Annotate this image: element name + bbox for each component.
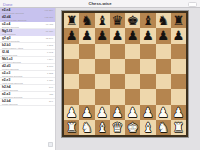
- game-count: 412 058: [44, 16, 53, 20]
- square-c3[interactable]: [95, 89, 110, 104]
- opening-name: Polish Opening: [2, 103, 18, 106]
- square-h3[interactable]: [171, 89, 186, 104]
- black-pawn: ♟: [81, 29, 93, 42]
- square-f3[interactable]: [140, 89, 155, 104]
- square-c2[interactable]: ♟: [95, 105, 110, 120]
- move-list-item[interactable]: a2-a3Anderssen Opening425: [0, 92, 55, 99]
- white-pawn: ♟: [157, 106, 169, 119]
- black-pawn: ♟: [127, 29, 139, 42]
- white-bishop: ♝: [142, 121, 154, 134]
- black-pawn: ♟: [112, 29, 124, 42]
- square-a6[interactable]: [64, 44, 79, 59]
- move-list-item[interactable]: Ng1-f3Reti Opening87 120: [0, 29, 55, 36]
- square-b7[interactable]: ♟: [79, 28, 94, 43]
- black-pawn: ♟: [66, 29, 78, 42]
- square-a3[interactable]: [64, 89, 79, 104]
- square-c5[interactable]: [95, 59, 110, 74]
- square-a8[interactable]: ♜: [64, 13, 79, 28]
- square-d2[interactable]: ♟: [110, 105, 125, 120]
- white-rook: ♜: [173, 121, 185, 134]
- square-f6[interactable]: [140, 44, 155, 59]
- square-b1[interactable]: ♞: [79, 120, 94, 135]
- white-pawn: ♟: [112, 106, 124, 119]
- black-pawn: ♟: [157, 29, 169, 42]
- move-list: e2-e4King's Pawn Opening486 234d2-d4Quee…: [0, 8, 55, 106]
- square-h1[interactable]: ♜: [171, 120, 186, 135]
- square-c6[interactable]: [95, 44, 110, 59]
- square-a7[interactable]: ♟: [64, 28, 79, 43]
- square-f2[interactable]: ♟: [140, 105, 155, 120]
- white-pawn: ♟: [81, 106, 93, 119]
- nav-bar: Done Chess-wise: [0, 0, 200, 8]
- white-queen: ♛: [112, 121, 124, 134]
- move-list-item[interactable]: f2-f4Bird's Opening6 872: [0, 50, 55, 57]
- square-e4[interactable]: [125, 74, 140, 89]
- square-e3[interactable]: [125, 89, 140, 104]
- square-d6[interactable]: [110, 44, 125, 59]
- game-count: 12 340: [46, 37, 53, 41]
- square-h5[interactable]: [171, 59, 186, 74]
- move-list-item[interactable]: b2-b4Polish Opening396: [0, 99, 55, 106]
- square-b5[interactable]: [79, 59, 94, 74]
- move-list-item[interactable]: b2-b3Nimzo-Larsen Attack8 265: [0, 43, 55, 50]
- square-a1[interactable]: ♜: [64, 120, 79, 135]
- square-b4[interactable]: [79, 74, 94, 89]
- game-count: 425: [49, 93, 53, 97]
- square-c1[interactable]: ♝: [95, 120, 110, 135]
- app-window: Done Chess-wise e2-e4King's Pawn Opening…: [0, 0, 200, 150]
- square-d5[interactable]: [110, 59, 125, 74]
- square-h4[interactable]: [171, 74, 186, 89]
- black-knight: ♞: [81, 14, 93, 27]
- white-bishop: ♝: [96, 121, 108, 134]
- white-pawn: ♟: [96, 106, 108, 119]
- square-d3[interactable]: [110, 89, 125, 104]
- app-title: Chess-wise: [0, 0, 200, 8]
- black-queen: ♛: [112, 14, 124, 27]
- square-g8[interactable]: ♞: [156, 13, 171, 28]
- game-count: 2 108: [47, 65, 53, 69]
- square-d7[interactable]: ♟: [110, 28, 125, 43]
- square-d1[interactable]: ♛: [110, 120, 125, 135]
- white-pawn: ♟: [127, 106, 139, 119]
- white-knight: ♞: [157, 121, 169, 134]
- square-f8[interactable]: ♝: [140, 13, 155, 28]
- square-g3[interactable]: [156, 89, 171, 104]
- game-count: 4 514: [47, 58, 53, 62]
- square-f7[interactable]: ♟: [140, 28, 155, 43]
- black-bishop: ♝: [96, 14, 108, 27]
- black-pawn: ♟: [96, 29, 108, 42]
- move-list-item[interactable]: c2-c3Saragossa Opening1 332: [0, 71, 55, 78]
- white-pawn: ♟: [173, 106, 185, 119]
- white-pawn: ♟: [66, 106, 78, 119]
- square-h6[interactable]: [171, 44, 186, 59]
- game-count: 98 455: [46, 23, 53, 27]
- square-h7[interactable]: ♟: [171, 28, 186, 43]
- black-rook: ♜: [66, 14, 78, 27]
- square-e1[interactable]: ♚: [125, 120, 140, 135]
- square-b2[interactable]: ♟: [79, 105, 94, 120]
- square-f5[interactable]: [140, 59, 155, 74]
- square-b3[interactable]: [79, 89, 94, 104]
- game-count: 540: [49, 86, 53, 90]
- square-d8[interactable]: ♛: [110, 13, 125, 28]
- move-list-item[interactable]: e2-e3Van't Kruijs Opening1 126: [0, 78, 55, 85]
- move-list-item[interactable]: d2-d3Mieses Opening2 108: [0, 64, 55, 71]
- square-a4[interactable]: [64, 74, 79, 89]
- move-list-item[interactable]: e2-e4King's Pawn Opening486 234: [0, 8, 55, 15]
- square-g4[interactable]: [156, 74, 171, 89]
- move-list-item[interactable]: h2-h4Kadas Opening540: [0, 85, 55, 92]
- square-g6[interactable]: [156, 44, 171, 59]
- square-h2[interactable]: ♟: [171, 105, 186, 120]
- square-g1[interactable]: ♞: [156, 120, 171, 135]
- nav-right-button[interactable]: [188, 2, 197, 7]
- white-pawn: ♟: [142, 106, 154, 119]
- square-f1[interactable]: ♝: [140, 120, 155, 135]
- square-c7[interactable]: ♟: [95, 28, 110, 43]
- chess-board: ♜♞♝♛♚♝♞♜♟♟♟♟♟♟♟♟♟♟♟♟♟♟♟♟♜♞♝♛♚♝♞♜: [62, 11, 188, 137]
- square-e8[interactable]: ♚: [125, 13, 140, 28]
- square-e7[interactable]: ♟: [125, 28, 140, 43]
- black-pawn: ♟: [173, 29, 185, 42]
- game-count: 8 265: [47, 44, 53, 48]
- game-count: 486 234: [44, 9, 53, 13]
- game-count: 396: [49, 100, 53, 104]
- move-list-item[interactable]: g2-g3King's Fianchetto12 340: [0, 36, 55, 43]
- square-c8[interactable]: ♝: [95, 13, 110, 28]
- square-g7[interactable]: ♟: [156, 28, 171, 43]
- square-g2[interactable]: ♟: [156, 105, 171, 120]
- square-e2[interactable]: ♟: [125, 105, 140, 120]
- square-a5[interactable]: [64, 59, 79, 74]
- move-list-item[interactable]: c2-c4English Opening98 455: [0, 22, 55, 29]
- white-king: ♚: [127, 121, 139, 134]
- white-rook: ♜: [66, 121, 78, 134]
- square-e5[interactable]: [125, 59, 140, 74]
- black-knight: ♞: [157, 14, 169, 27]
- square-b8[interactable]: ♞: [79, 13, 94, 28]
- square-f4[interactable]: [140, 74, 155, 89]
- black-king: ♚: [127, 14, 139, 27]
- black-rook: ♜: [173, 14, 185, 27]
- game-count: 87 120: [46, 30, 53, 34]
- square-g5[interactable]: [156, 59, 171, 74]
- game-count: 6 872: [47, 51, 53, 55]
- black-pawn: ♟: [142, 29, 154, 42]
- square-a2[interactable]: ♟: [64, 105, 79, 120]
- white-knight: ♞: [81, 121, 93, 134]
- square-c4[interactable]: [95, 74, 110, 89]
- square-e6[interactable]: [125, 44, 140, 59]
- square-b6[interactable]: [79, 44, 94, 59]
- move-list-panel: e2-e4King's Pawn Opening486 234d2-d4Quee…: [0, 8, 56, 150]
- panel-footer-icon[interactable]: [48, 142, 53, 147]
- game-count: 1 332: [47, 72, 53, 76]
- game-count: 1 126: [47, 79, 53, 83]
- move-list-item[interactable]: Nb1-c3Van Geet Opening4 514: [0, 57, 55, 64]
- black-bishop: ♝: [142, 14, 154, 27]
- square-d4[interactable]: [110, 74, 125, 89]
- square-h8[interactable]: ♜: [171, 13, 186, 28]
- move-list-item[interactable]: d2-d4Queen's Pawn Opening412 058: [0, 15, 55, 22]
